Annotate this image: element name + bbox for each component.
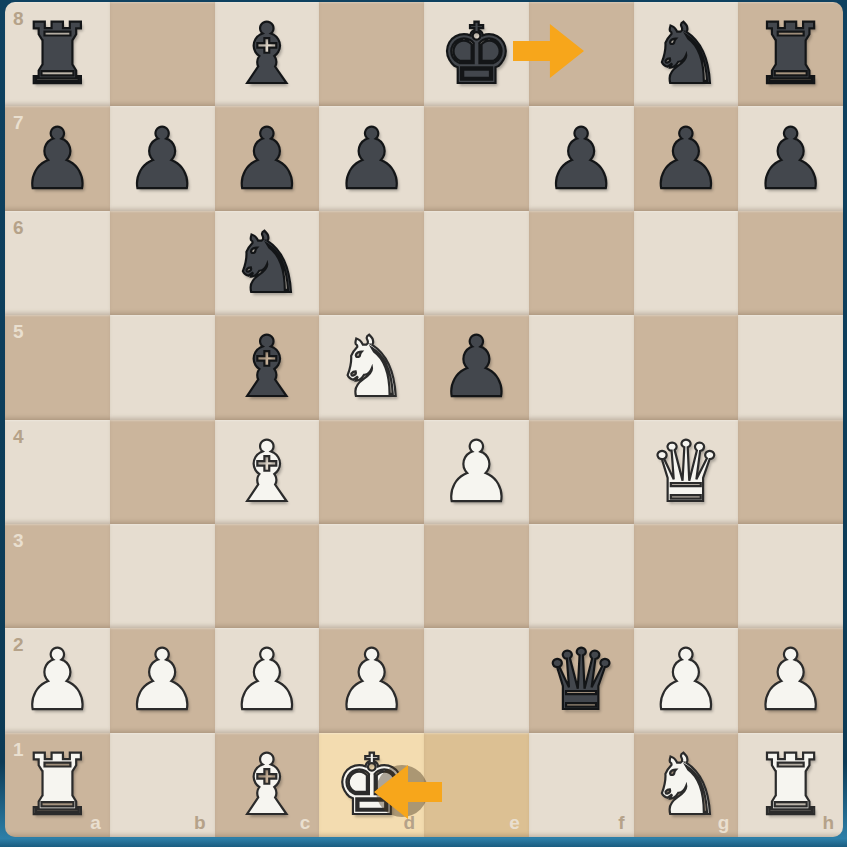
rank-label-3: 3	[13, 531, 24, 550]
rank-label-4: 4	[13, 427, 24, 446]
square-c7[interactable]: ♟	[215, 106, 320, 210]
piece-black-bishop-c8[interactable]: ♝	[215, 2, 320, 106]
square-b8[interactable]	[110, 2, 215, 106]
square-a7[interactable]: 7♟	[5, 106, 110, 210]
piece-white-pawn-d2[interactable]: ♟	[319, 628, 424, 732]
chess-board: 8♜♝♚♞♜7♟♟♟♟♟♟♟6♞5♝♞♟4♝♟♛32♟♟♟♟♛♟♟1a♜bc♝d…	[5, 2, 843, 837]
square-a6[interactable]: 6	[5, 211, 110, 315]
square-c2[interactable]: ♟	[215, 628, 320, 732]
square-g1[interactable]: g♞	[634, 733, 739, 837]
square-h2[interactable]: ♟	[738, 628, 843, 732]
square-g8[interactable]: ♞	[634, 2, 739, 106]
square-e4[interactable]: ♟	[424, 420, 529, 524]
square-f1[interactable]: f	[529, 733, 634, 837]
square-b5[interactable]	[110, 315, 215, 419]
piece-white-rook-h1[interactable]: ♜	[738, 733, 843, 837]
piece-black-pawn-h7[interactable]: ♟	[738, 106, 843, 210]
piece-black-rook-h8[interactable]: ♜	[738, 2, 843, 106]
square-c8[interactable]: ♝	[215, 2, 320, 106]
square-d6[interactable]	[319, 211, 424, 315]
file-label-b: b	[194, 813, 206, 832]
piece-black-knight-c6[interactable]: ♞	[215, 211, 320, 315]
square-c1[interactable]: c♝	[215, 733, 320, 837]
square-d2[interactable]: ♟	[319, 628, 424, 732]
square-f2[interactable]: ♛	[529, 628, 634, 732]
square-a5[interactable]: 5	[5, 315, 110, 419]
square-b3[interactable]	[110, 524, 215, 628]
square-a3[interactable]: 3	[5, 524, 110, 628]
square-a1[interactable]: 1a♜	[5, 733, 110, 837]
piece-white-knight-g1[interactable]: ♞	[634, 733, 739, 837]
square-h4[interactable]	[738, 420, 843, 524]
square-d7[interactable]: ♟	[319, 106, 424, 210]
piece-white-pawn-e4[interactable]: ♟	[424, 420, 529, 524]
square-d5[interactable]: ♞	[319, 315, 424, 419]
square-a4[interactable]: 4	[5, 420, 110, 524]
square-d8[interactable]	[319, 2, 424, 106]
file-label-e: e	[509, 813, 520, 832]
square-e5[interactable]: ♟	[424, 315, 529, 419]
square-f5[interactable]	[529, 315, 634, 419]
piece-white-queen-g4[interactable]: ♛	[634, 420, 739, 524]
square-b1[interactable]: b	[110, 733, 215, 837]
square-f4[interactable]	[529, 420, 634, 524]
square-c4[interactable]: ♝	[215, 420, 320, 524]
piece-black-queen-f2[interactable]: ♛	[529, 628, 634, 732]
square-c5[interactable]: ♝	[215, 315, 320, 419]
square-a2[interactable]: 2♟	[5, 628, 110, 732]
piece-black-pawn-a7[interactable]: ♟	[5, 106, 110, 210]
rank-label-6: 6	[13, 218, 24, 237]
piece-white-bishop-c1[interactable]: ♝	[215, 733, 320, 837]
square-g2[interactable]: ♟	[634, 628, 739, 732]
square-f7[interactable]: ♟	[529, 106, 634, 210]
square-e2[interactable]	[424, 628, 529, 732]
square-g3[interactable]	[634, 524, 739, 628]
square-h3[interactable]	[738, 524, 843, 628]
square-d3[interactable]	[319, 524, 424, 628]
piece-black-pawn-g7[interactable]: ♟	[634, 106, 739, 210]
square-g6[interactable]	[634, 211, 739, 315]
file-label-f: f	[618, 813, 624, 832]
piece-white-knight-d5[interactable]: ♞	[319, 315, 424, 419]
rank-label-5: 5	[13, 322, 24, 341]
piece-black-pawn-b7[interactable]: ♟	[110, 106, 215, 210]
piece-black-knight-g8[interactable]: ♞	[634, 2, 739, 106]
piece-white-bishop-c4[interactable]: ♝	[215, 420, 320, 524]
square-c6[interactable]: ♞	[215, 211, 320, 315]
square-b6[interactable]	[110, 211, 215, 315]
piece-black-pawn-c7[interactable]: ♟	[215, 106, 320, 210]
piece-white-pawn-c2[interactable]: ♟	[215, 628, 320, 732]
square-h1[interactable]: h♜	[738, 733, 843, 837]
square-h8[interactable]: ♜	[738, 2, 843, 106]
piece-black-bishop-c5[interactable]: ♝	[215, 315, 320, 419]
piece-white-pawn-h2[interactable]: ♟	[738, 628, 843, 732]
piece-black-pawn-f7[interactable]: ♟	[529, 106, 634, 210]
square-h7[interactable]: ♟	[738, 106, 843, 210]
square-f6[interactable]	[529, 211, 634, 315]
square-g4[interactable]: ♛	[634, 420, 739, 524]
square-a8[interactable]: 8♜	[5, 2, 110, 106]
piece-white-pawn-b2[interactable]: ♟	[110, 628, 215, 732]
piece-black-rook-a8[interactable]: ♜	[5, 2, 110, 106]
square-e6[interactable]	[424, 211, 529, 315]
square-b7[interactable]: ♟	[110, 106, 215, 210]
square-f3[interactable]	[529, 524, 634, 628]
chess-app-background: 8♜♝♚♞♜7♟♟♟♟♟♟♟6♞5♝♞♟4♝♟♛32♟♟♟♟♛♟♟1a♜bc♝d…	[0, 0, 847, 847]
square-h5[interactable]	[738, 315, 843, 419]
square-e7[interactable]	[424, 106, 529, 210]
square-g7[interactable]: ♟	[634, 106, 739, 210]
piece-black-pawn-e5[interactable]: ♟	[424, 315, 529, 419]
square-d4[interactable]	[319, 420, 424, 524]
piece-white-rook-a1[interactable]: ♜	[5, 733, 110, 837]
square-e3[interactable]	[424, 524, 529, 628]
piece-white-pawn-g2[interactable]: ♟	[634, 628, 739, 732]
piece-black-pawn-d7[interactable]: ♟	[319, 106, 424, 210]
square-h6[interactable]	[738, 211, 843, 315]
square-c3[interactable]	[215, 524, 320, 628]
piece-white-pawn-a2[interactable]: ♟	[5, 628, 110, 732]
square-g5[interactable]	[634, 315, 739, 419]
square-b4[interactable]	[110, 420, 215, 524]
square-b2[interactable]: ♟	[110, 628, 215, 732]
